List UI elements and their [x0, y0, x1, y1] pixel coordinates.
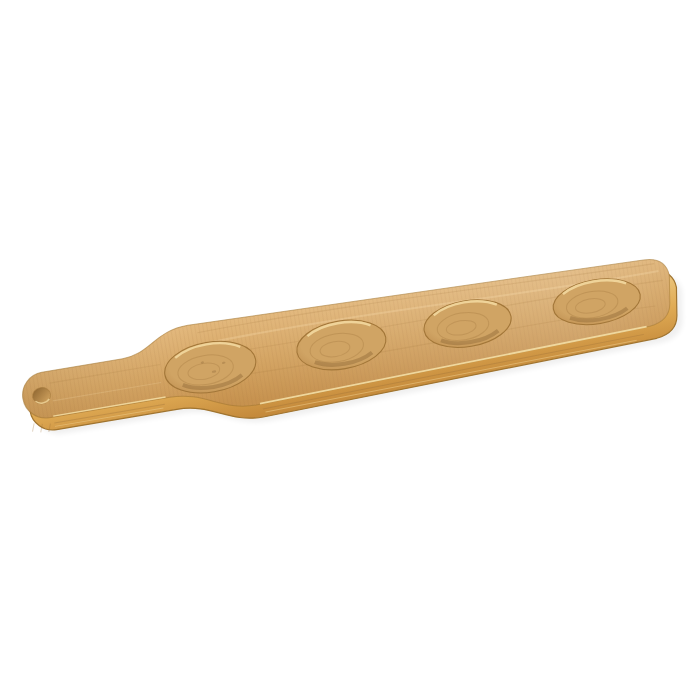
photo-canvas — [0, 0, 700, 700]
paddle — [15, 243, 692, 461]
laminate-tick — [31, 423, 35, 431]
product-photo — [0, 0, 700, 700]
